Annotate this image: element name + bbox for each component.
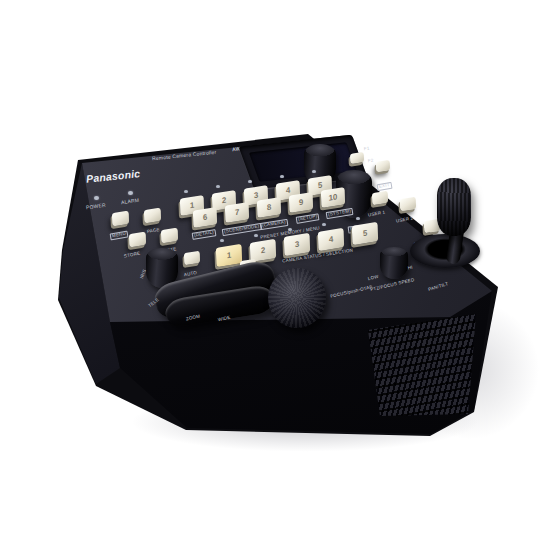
joystick-base [410, 234, 480, 268]
user2-button[interactable] [400, 197, 416, 212]
lcd-f1-tick: F1 [364, 147, 370, 152]
preset-led [312, 170, 316, 173]
product-photo: Panasonic Remote Camera Controller AW-RP… [0, 0, 560, 560]
camera-led [322, 223, 326, 226]
preset-led [184, 190, 188, 193]
camera-select-button-5[interactable]: 5 [352, 222, 378, 245]
camera-led [288, 228, 292, 231]
focus-dial[interactable] [268, 268, 326, 328]
preset-led [248, 180, 252, 183]
page-button[interactable] [144, 208, 161, 224]
pan-tilt-joystick[interactable] [437, 178, 471, 236]
camera-led [254, 234, 258, 237]
iris-auto-button[interactable] [184, 251, 200, 266]
camera-select-button-3[interactable]: 3 [284, 233, 310, 256]
power-led [94, 196, 99, 200]
preset-led [280, 175, 284, 178]
menu-button[interactable] [112, 211, 129, 227]
camera-led [220, 239, 224, 242]
preset-led [216, 185, 220, 188]
lcd-f2-tick: F2 [368, 159, 374, 164]
user1-button[interactable] [372, 191, 388, 206]
exit-button[interactable] [376, 160, 390, 172]
delete-button[interactable] [161, 228, 178, 244]
camera-led [356, 217, 360, 220]
store-button[interactable] [129, 232, 146, 248]
camera-select-button-1[interactable]: 1 [216, 244, 242, 267]
exit-label: EXIT [377, 182, 393, 191]
camera-select-button-4[interactable]: 4 [318, 228, 344, 251]
alarm-led [128, 191, 133, 195]
ptz-focus-speed-dial[interactable] [380, 247, 408, 279]
